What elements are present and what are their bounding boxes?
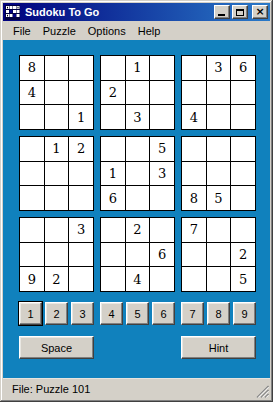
cell-r1c4[interactable] [101, 56, 125, 80]
cell-r9c9[interactable]: 5 [231, 267, 255, 291]
cell-r2c2[interactable] [45, 81, 69, 105]
menu-file[interactable]: File [7, 23, 37, 39]
cell-r6c6[interactable] [150, 186, 174, 210]
number-button-8[interactable]: 8 [207, 302, 230, 325]
cell-r3c2[interactable] [45, 105, 69, 129]
number-button-4[interactable]: 4 [100, 302, 123, 325]
cell-r4c8[interactable] [207, 137, 231, 161]
cell-r1c5[interactable]: 1 [126, 56, 150, 80]
cell-r7c4[interactable] [101, 218, 125, 242]
cell-r3c6[interactable] [150, 105, 174, 129]
status-bar: File: Puzzle 101 [3, 378, 270, 399]
cell-r6c1[interactable] [20, 186, 44, 210]
cell-r9c5[interactable]: 4 [126, 267, 150, 291]
app-window: Sudoku To Go × File Puzzle Options Help … [0, 0, 273, 402]
cell-r4c5[interactable] [126, 137, 150, 161]
cell-r4c1[interactable] [20, 137, 44, 161]
cell-r2c3[interactable] [69, 81, 93, 105]
cell-r8c3[interactable] [69, 243, 93, 267]
cell-r5c6[interactable]: 3 [150, 162, 174, 186]
cell-r8c4[interactable] [101, 243, 125, 267]
cell-r6c7[interactable]: 8 [182, 186, 206, 210]
cell-r3c1[interactable] [20, 105, 44, 129]
cell-r4c3[interactable]: 2 [69, 137, 93, 161]
cell-r8c1[interactable] [20, 243, 44, 267]
sudoku-board: 84112336412513685392264725 [19, 55, 270, 292]
cell-r7c2[interactable] [45, 218, 69, 242]
cell-r1c6[interactable] [150, 56, 174, 80]
cell-r7c9[interactable] [231, 218, 255, 242]
number-button-6[interactable]: 6 [152, 302, 175, 325]
number-button-7[interactable]: 7 [181, 302, 204, 325]
cell-r4c2[interactable]: 1 [45, 137, 69, 161]
app-icon [5, 5, 20, 20]
cell-r1c7[interactable] [182, 56, 206, 80]
cell-r8c5[interactable] [126, 243, 150, 267]
box-8: 264 [100, 217, 175, 292]
menu-help[interactable]: Help [132, 23, 167, 39]
cell-r7c7[interactable]: 7 [182, 218, 206, 242]
cell-r6c3[interactable] [69, 186, 93, 210]
box-5: 5136 [100, 136, 175, 211]
resize-grip-icon[interactable] [256, 385, 269, 398]
cell-r9c3[interactable] [69, 267, 93, 291]
cell-r9c2[interactable]: 2 [45, 267, 69, 291]
close-button[interactable]: × [252, 5, 268, 19]
cell-r1c2[interactable] [45, 56, 69, 80]
cell-r7c3[interactable]: 3 [69, 218, 93, 242]
box-7: 392 [19, 217, 94, 292]
window-title: Sudoku To Go [25, 3, 212, 21]
number-button-5[interactable]: 5 [126, 302, 149, 325]
cell-r8c8[interactable] [207, 243, 231, 267]
cell-r5c8[interactable] [207, 162, 231, 186]
cell-r2c6[interactable] [150, 81, 174, 105]
status-text: File: Puzzle 101 [12, 383, 90, 395]
cell-r6c8[interactable]: 5 [207, 186, 231, 210]
number-group-2: 456 [100, 302, 175, 325]
cell-r4c7[interactable] [182, 137, 206, 161]
cell-r3c7[interactable]: 4 [182, 105, 206, 129]
cell-r2c5[interactable] [126, 81, 150, 105]
client-area: 84112336412513685392264725 123456789 Spa… [3, 40, 270, 378]
cell-r8c9[interactable]: 2 [231, 243, 255, 267]
cell-r9c4[interactable] [101, 267, 125, 291]
box-6: 85 [181, 136, 256, 211]
number-button-1[interactable]: 1 [19, 302, 42, 325]
cell-r5c5[interactable] [126, 162, 150, 186]
cell-r2c9[interactable] [231, 81, 255, 105]
cell-r4c9[interactable] [231, 137, 255, 161]
number-group-1: 123 [19, 302, 94, 325]
title-bar: Sudoku To Go × [3, 3, 270, 21]
cell-r2c8[interactable] [207, 81, 231, 105]
close-icon: × [255, 7, 264, 17]
cell-r5c4[interactable]: 1 [101, 162, 125, 186]
cell-r1c3[interactable] [69, 56, 93, 80]
cell-r2c7[interactable] [182, 81, 206, 105]
number-button-3[interactable]: 3 [71, 302, 94, 325]
action-row: Space Hint [19, 336, 270, 359]
cell-r7c6[interactable] [150, 218, 174, 242]
cell-r9c8[interactable] [207, 267, 231, 291]
cell-r3c4[interactable] [101, 105, 125, 129]
hint-button[interactable]: Hint [181, 336, 256, 359]
cell-r5c2[interactable] [45, 162, 69, 186]
cell-r3c5[interactable]: 3 [126, 105, 150, 129]
cell-r4c6[interactable]: 5 [150, 137, 174, 161]
box-3: 364 [181, 55, 256, 130]
number-button-9[interactable]: 9 [233, 302, 256, 325]
menu-options[interactable]: Options [82, 23, 132, 39]
box-9: 725 [181, 217, 256, 292]
cell-r7c8[interactable] [207, 218, 231, 242]
box-4: 12 [19, 136, 94, 211]
cell-r8c7[interactable] [182, 243, 206, 267]
cell-r6c9[interactable] [231, 186, 255, 210]
cell-r7c1[interactable] [20, 218, 44, 242]
cell-r3c3[interactable]: 1 [69, 105, 93, 129]
cell-r9c1[interactable]: 9 [20, 267, 44, 291]
number-group-3: 789 [181, 302, 256, 325]
cell-r2c4[interactable]: 2 [101, 81, 125, 105]
cell-r6c2[interactable] [45, 186, 69, 210]
minimize-icon [218, 14, 225, 16]
number-pad: 123456789 [19, 302, 270, 325]
cell-r3c9[interactable] [231, 105, 255, 129]
cell-r8c2[interactable] [45, 243, 69, 267]
cell-r9c6[interactable] [150, 267, 174, 291]
menu-puzzle[interactable]: Puzzle [37, 23, 82, 39]
cell-r6c5[interactable] [126, 186, 150, 210]
space-button[interactable]: Space [19, 336, 94, 359]
cell-r6c4[interactable]: 6 [101, 186, 125, 210]
cell-r8c6[interactable]: 6 [150, 243, 174, 267]
box-2: 123 [100, 55, 175, 130]
minimize-button[interactable] [214, 5, 230, 19]
cell-r5c9[interactable] [231, 162, 255, 186]
cell-r1c9[interactable]: 6 [231, 56, 255, 80]
cell-r9c7[interactable] [182, 267, 206, 291]
cell-r2c1[interactable]: 4 [20, 81, 44, 105]
cell-r1c1[interactable]: 8 [20, 56, 44, 80]
maximize-button[interactable] [232, 5, 248, 19]
cell-r1c8[interactable]: 3 [207, 56, 231, 80]
cell-r5c1[interactable] [20, 162, 44, 186]
cell-r5c7[interactable] [182, 162, 206, 186]
box-1: 841 [19, 55, 94, 130]
cell-r5c3[interactable] [69, 162, 93, 186]
cell-r3c8[interactable] [207, 105, 231, 129]
cell-r4c4[interactable] [101, 137, 125, 161]
maximize-icon [236, 9, 244, 16]
menu-bar: File Puzzle Options Help [3, 21, 270, 40]
cell-r7c5[interactable]: 2 [126, 218, 150, 242]
number-button-2[interactable]: 2 [45, 302, 68, 325]
